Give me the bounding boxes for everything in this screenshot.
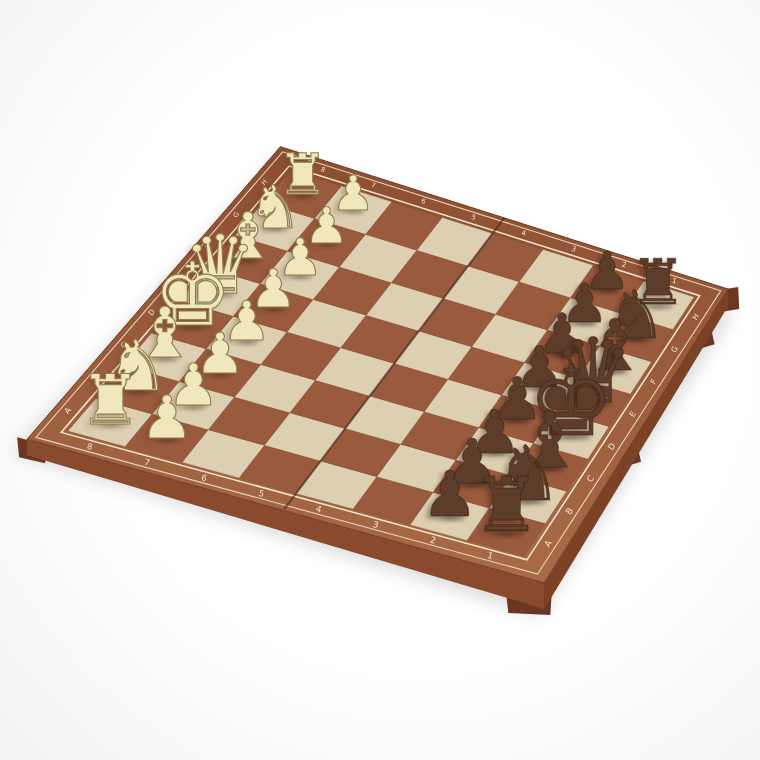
chess-set-photo: 1AA12BB23CC34DD45EE56FF67GG78HH8 ♜♟♞♟♝♟♟… (0, 0, 760, 760)
piece-black-rook-a1[interactable]: ♜ (472, 468, 540, 544)
piece-white-rook-a8[interactable]: ♜ (79, 364, 141, 434)
piece-white-pawn-a7[interactable]: ♟ (140, 388, 193, 447)
piece-black-pawn-a2[interactable]: ♟ (421, 463, 478, 526)
